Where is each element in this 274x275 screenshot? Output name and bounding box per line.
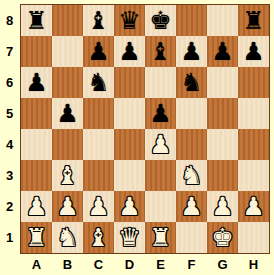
square-c8[interactable]: ♝ xyxy=(83,5,114,36)
piece-white-rook: ♜ xyxy=(25,222,47,253)
file-label-d: D xyxy=(114,255,145,274)
square-d8[interactable]: ♛ xyxy=(114,5,145,36)
piece-black-knight: ♞ xyxy=(180,67,202,98)
square-d2[interactable]: ♟ xyxy=(114,191,145,222)
file-label-f: F xyxy=(176,255,207,274)
square-b6[interactable] xyxy=(52,67,83,98)
square-a8[interactable]: ♜ xyxy=(21,5,52,36)
square-h8[interactable]: ♜ xyxy=(238,5,269,36)
square-a4[interactable] xyxy=(21,129,52,160)
file-label-a: A xyxy=(21,255,52,274)
file-label-c: C xyxy=(83,255,114,274)
square-f2[interactable]: ♟ xyxy=(176,191,207,222)
square-c7[interactable]: ♟ xyxy=(83,36,114,67)
piece-black-pawn: ♟ xyxy=(211,36,233,67)
file-labels: ABCDEFGH xyxy=(21,255,269,274)
square-b2[interactable]: ♟ xyxy=(52,191,83,222)
square-a1[interactable]: ♜ xyxy=(21,222,52,253)
piece-white-pawn: ♟ xyxy=(149,129,171,160)
square-c3[interactable] xyxy=(83,160,114,191)
square-d7[interactable]: ♟ xyxy=(114,36,145,67)
square-g5[interactable] xyxy=(207,98,238,129)
piece-white-pawn: ♟ xyxy=(56,191,78,222)
piece-white-bishop: ♝ xyxy=(87,222,109,253)
rank-labels: 87654321 xyxy=(0,5,19,253)
square-f6[interactable]: ♞ xyxy=(176,67,207,98)
square-c2[interactable]: ♟ xyxy=(83,191,114,222)
square-g6[interactable] xyxy=(207,67,238,98)
square-b5[interactable]: ♟ xyxy=(52,98,83,129)
square-g8[interactable] xyxy=(207,5,238,36)
rank-label-8: 8 xyxy=(0,5,19,36)
piece-white-bishop: ♝ xyxy=(56,160,78,191)
piece-white-pawn: ♟ xyxy=(25,191,47,222)
square-h3[interactable] xyxy=(238,160,269,191)
square-b3[interactable]: ♝ xyxy=(52,160,83,191)
file-label-b: B xyxy=(52,255,83,274)
square-g3[interactable] xyxy=(207,160,238,191)
square-c1[interactable]: ♝ xyxy=(83,222,114,253)
rank-label-5: 5 xyxy=(0,98,19,129)
piece-white-pawn: ♟ xyxy=(87,191,109,222)
square-e4[interactable]: ♟ xyxy=(145,129,176,160)
piece-black-pawn: ♟ xyxy=(242,36,264,67)
file-label-g: G xyxy=(207,255,238,274)
square-f8[interactable] xyxy=(176,5,207,36)
piece-black-knight: ♞ xyxy=(87,67,109,98)
square-b8[interactable] xyxy=(52,5,83,36)
square-d6[interactable] xyxy=(114,67,145,98)
square-f1[interactable] xyxy=(176,222,207,253)
piece-black-pawn: ♟ xyxy=(180,36,202,67)
square-e6[interactable] xyxy=(145,67,176,98)
piece-white-king: ♚ xyxy=(211,222,233,253)
piece-black-pawn: ♟ xyxy=(56,98,78,129)
piece-black-bishop: ♝ xyxy=(87,5,109,36)
piece-black-rook: ♜ xyxy=(242,5,264,36)
piece-white-knight: ♞ xyxy=(56,222,78,253)
square-g1[interactable]: ♚ xyxy=(207,222,238,253)
piece-black-bishop: ♝ xyxy=(149,36,171,67)
square-b4[interactable] xyxy=(52,129,83,160)
square-e3[interactable] xyxy=(145,160,176,191)
piece-white-knight: ♞ xyxy=(180,160,202,191)
square-h1[interactable] xyxy=(238,222,269,253)
chess-board: ♜♝♛♚♜♟♟♝♟♟♟♟♞♞♟♟♟♝♞♟♟♟♟♟♟♟♜♞♝♛♜♚ xyxy=(20,4,270,254)
file-label-h: H xyxy=(238,255,269,274)
rank-label-7: 7 xyxy=(0,36,19,67)
square-e2[interactable] xyxy=(145,191,176,222)
square-c5[interactable] xyxy=(83,98,114,129)
rank-label-1: 1 xyxy=(0,222,19,253)
piece-black-king: ♚ xyxy=(149,5,171,36)
square-h5[interactable] xyxy=(238,98,269,129)
square-h4[interactable] xyxy=(238,129,269,160)
piece-white-queen: ♛ xyxy=(118,222,140,253)
square-h6[interactable] xyxy=(238,67,269,98)
piece-black-pawn: ♟ xyxy=(149,98,171,129)
square-e7[interactable]: ♝ xyxy=(145,36,176,67)
rank-label-6: 6 xyxy=(0,67,19,98)
piece-white-pawn: ♟ xyxy=(180,191,202,222)
square-c4[interactable] xyxy=(83,129,114,160)
square-g4[interactable] xyxy=(207,129,238,160)
square-g7[interactable]: ♟ xyxy=(207,36,238,67)
rank-label-2: 2 xyxy=(0,191,19,222)
square-g2[interactable]: ♟ xyxy=(207,191,238,222)
square-d1[interactable]: ♛ xyxy=(114,222,145,253)
piece-black-rook: ♜ xyxy=(25,5,47,36)
piece-white-pawn: ♟ xyxy=(118,191,140,222)
square-e8[interactable]: ♚ xyxy=(145,5,176,36)
square-b1[interactable]: ♞ xyxy=(52,222,83,253)
square-a6[interactable]: ♟ xyxy=(21,67,52,98)
square-b7[interactable] xyxy=(52,36,83,67)
piece-white-rook: ♜ xyxy=(149,222,171,253)
square-f7[interactable]: ♟ xyxy=(176,36,207,67)
square-d3[interactable] xyxy=(114,160,145,191)
square-a7[interactable] xyxy=(21,36,52,67)
piece-white-pawn: ♟ xyxy=(211,191,233,222)
square-h7[interactable]: ♟ xyxy=(238,36,269,67)
square-f3[interactable]: ♞ xyxy=(176,160,207,191)
piece-black-pawn: ♟ xyxy=(118,36,140,67)
file-label-e: E xyxy=(145,255,176,274)
square-a5[interactable] xyxy=(21,98,52,129)
square-d5[interactable] xyxy=(114,98,145,129)
piece-white-pawn: ♟ xyxy=(242,191,264,222)
square-d4[interactable] xyxy=(114,129,145,160)
piece-black-pawn: ♟ xyxy=(25,67,47,98)
piece-black-pawn: ♟ xyxy=(87,36,109,67)
square-e5[interactable]: ♟ xyxy=(145,98,176,129)
piece-black-queen: ♛ xyxy=(118,5,140,36)
square-h2[interactable]: ♟ xyxy=(238,191,269,222)
square-e1[interactable]: ♜ xyxy=(145,222,176,253)
square-f4[interactable] xyxy=(176,129,207,160)
square-c6[interactable]: ♞ xyxy=(83,67,114,98)
rank-label-4: 4 xyxy=(0,129,19,160)
rank-label-3: 3 xyxy=(0,160,19,191)
square-a3[interactable] xyxy=(21,160,52,191)
chess-app: 87654321 ♜♝♛♚♜♟♟♝♟♟♟♟♞♞♟♟♟♝♞♟♟♟♟♟♟♟♜♞♝♛♜… xyxy=(0,0,274,275)
square-f5[interactable] xyxy=(176,98,207,129)
square-a2[interactable]: ♟ xyxy=(21,191,52,222)
